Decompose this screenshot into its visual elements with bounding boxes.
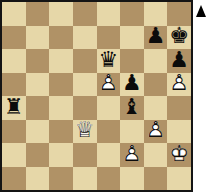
square-e2[interactable] — [97, 143, 121, 167]
square-a5[interactable] — [2, 73, 26, 97]
square-e3[interactable] — [97, 120, 121, 144]
square-d2[interactable] — [73, 143, 97, 167]
square-a7[interactable] — [2, 26, 26, 50]
square-e8[interactable] — [97, 2, 121, 26]
square-f6[interactable] — [120, 49, 144, 73]
square-c6[interactable] — [49, 49, 73, 73]
piece-black-rook[interactable]: ♜ — [2, 96, 26, 120]
side-to-move-indicator — [196, 5, 206, 17]
square-e7[interactable] — [97, 26, 121, 50]
square-h6[interactable]: ♟ — [167, 49, 191, 73]
square-h8[interactable] — [167, 2, 191, 26]
piece-black-king[interactable]: ♚ — [167, 26, 191, 50]
board-grid: ♟♚♛♟♟♙♟♟♙♜♝♛♕♟♙♟♙♚♔ — [2, 2, 191, 190]
piece-white-pawn[interactable]: ♟♙ — [97, 73, 121, 97]
square-b1[interactable] — [26, 167, 50, 191]
piece-black-pawn[interactable]: ♟ — [120, 73, 144, 97]
square-e1[interactable] — [97, 167, 121, 191]
square-b5[interactable] — [26, 73, 50, 97]
square-d6[interactable] — [73, 49, 97, 73]
square-h2[interactable]: ♚♔ — [167, 143, 191, 167]
square-a6[interactable] — [2, 49, 26, 73]
piece-white-pawn[interactable]: ♟♙ — [144, 120, 168, 144]
square-b7[interactable] — [26, 26, 50, 50]
piece-white-pawn[interactable]: ♟♙ — [120, 143, 144, 167]
square-c2[interactable] — [49, 143, 73, 167]
black-king-glyph: ♚ — [169, 26, 189, 48]
square-g1[interactable] — [144, 167, 168, 191]
piece-white-queen[interactable]: ♛♕ — [73, 120, 97, 144]
square-h7[interactable]: ♚ — [167, 26, 191, 50]
square-g8[interactable] — [144, 2, 168, 26]
square-a8[interactable] — [2, 2, 26, 26]
square-f4[interactable]: ♝ — [120, 96, 144, 120]
square-f3[interactable] — [120, 120, 144, 144]
square-a1[interactable] — [2, 167, 26, 191]
square-g7[interactable]: ♟ — [144, 26, 168, 50]
square-c7[interactable] — [49, 26, 73, 50]
square-b2[interactable] — [26, 143, 50, 167]
square-c4[interactable] — [49, 96, 73, 120]
chess-board: ♟♚♛♟♟♙♟♟♙♜♝♛♕♟♙♟♙♚♔ — [0, 0, 193, 192]
square-f5[interactable]: ♟ — [120, 73, 144, 97]
square-d1[interactable] — [73, 167, 97, 191]
square-h1[interactable] — [167, 167, 191, 191]
white-king-glyph: ♔ — [169, 143, 189, 165]
square-d5[interactable] — [73, 73, 97, 97]
square-g3[interactable]: ♟♙ — [144, 120, 168, 144]
piece-black-bishop[interactable]: ♝ — [120, 96, 144, 120]
white-pawn-glyph: ♙ — [122, 143, 142, 165]
square-c3[interactable] — [49, 120, 73, 144]
square-b3[interactable] — [26, 120, 50, 144]
black-pawn-glyph: ♟ — [122, 73, 142, 95]
white-pawn-glyph: ♙ — [169, 73, 189, 95]
white-queen-glyph: ♕ — [75, 120, 95, 142]
square-d3[interactable]: ♛♕ — [73, 120, 97, 144]
square-h5[interactable]: ♟♙ — [167, 73, 191, 97]
black-pawn-glyph: ♟ — [169, 49, 189, 71]
square-f1[interactable] — [120, 167, 144, 191]
black-pawn-glyph: ♟ — [146, 26, 166, 48]
square-e4[interactable] — [97, 96, 121, 120]
piece-black-pawn[interactable]: ♟ — [144, 26, 168, 50]
square-g2[interactable] — [144, 143, 168, 167]
piece-white-pawn[interactable]: ♟♙ — [167, 73, 191, 97]
square-b4[interactable] — [26, 96, 50, 120]
square-b6[interactable] — [26, 49, 50, 73]
square-d7[interactable] — [73, 26, 97, 50]
piece-black-queen[interactable]: ♛ — [97, 49, 121, 73]
piece-white-king[interactable]: ♚♔ — [167, 143, 191, 167]
square-f8[interactable] — [120, 2, 144, 26]
square-c5[interactable] — [49, 73, 73, 97]
square-g6[interactable] — [144, 49, 168, 73]
square-c1[interactable] — [49, 167, 73, 191]
square-c8[interactable] — [49, 2, 73, 26]
black-queen-glyph: ♛ — [98, 49, 118, 71]
white-pawn-glyph: ♙ — [98, 73, 118, 95]
chess-diagram: ♟♚♛♟♟♙♟♟♙♜♝♛♕♟♙♟♙♚♔ — [0, 0, 207, 192]
square-e5[interactable]: ♟♙ — [97, 73, 121, 97]
square-a2[interactable] — [2, 143, 26, 167]
square-h3[interactable] — [167, 120, 191, 144]
square-a3[interactable] — [2, 120, 26, 144]
black-bishop-glyph: ♝ — [122, 96, 142, 118]
square-a4[interactable]: ♜ — [2, 96, 26, 120]
white-pawn-glyph: ♙ — [146, 120, 166, 142]
square-d4[interactable] — [73, 96, 97, 120]
square-d8[interactable] — [73, 2, 97, 26]
square-f2[interactable]: ♟♙ — [120, 143, 144, 167]
black-rook-glyph: ♜ — [4, 96, 24, 118]
square-h4[interactable] — [167, 96, 191, 120]
piece-black-pawn[interactable]: ♟ — [167, 49, 191, 73]
square-g4[interactable] — [144, 96, 168, 120]
square-b8[interactable] — [26, 2, 50, 26]
square-e6[interactable]: ♛ — [97, 49, 121, 73]
square-f7[interactable] — [120, 26, 144, 50]
square-g5[interactable] — [144, 73, 168, 97]
